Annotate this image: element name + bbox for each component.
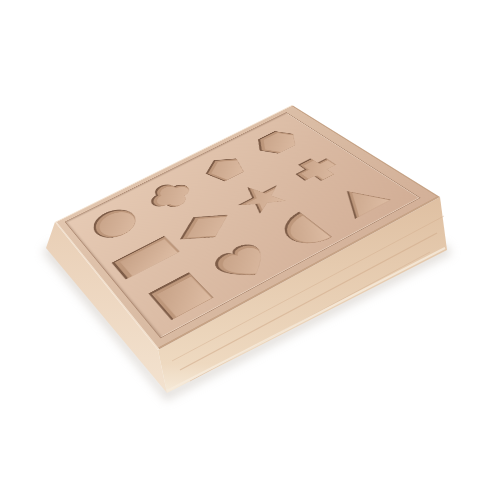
semicircle-cutout-icon <box>271 210 333 252</box>
product-photo <box>0 0 500 500</box>
square-cutout-icon <box>145 269 217 322</box>
triangle-cutout-icon <box>326 180 395 221</box>
